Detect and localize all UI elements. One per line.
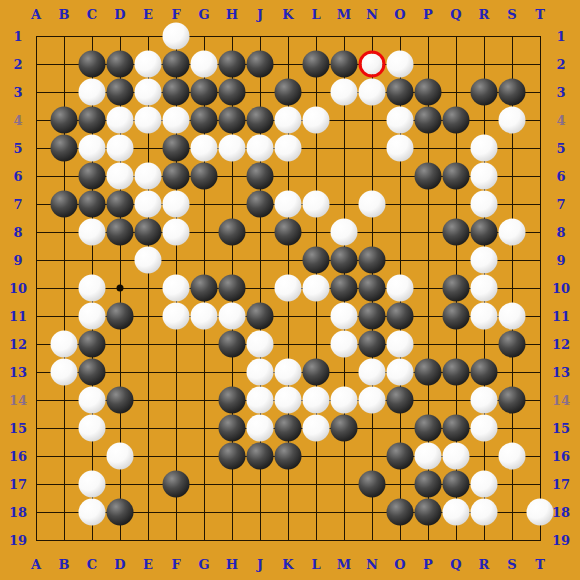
- white-stone: [163, 107, 190, 134]
- col-label-top: Q: [450, 8, 461, 21]
- white-stone: [275, 191, 302, 218]
- last-move-stone: [359, 51, 386, 78]
- black-stone: [191, 163, 218, 190]
- white-stone: [387, 51, 414, 78]
- black-stone: [387, 387, 414, 414]
- black-stone: [359, 275, 386, 302]
- black-stone: [79, 191, 106, 218]
- black-stone: [387, 79, 414, 106]
- black-stone: [415, 107, 442, 134]
- col-label-top: N: [366, 8, 378, 21]
- black-stone: [191, 79, 218, 106]
- white-stone: [331, 219, 358, 246]
- col-label-top: R: [479, 8, 490, 21]
- white-stone: [499, 107, 526, 134]
- black-stone: [107, 191, 134, 218]
- col-label-bottom: S: [507, 558, 516, 571]
- white-stone: [359, 191, 386, 218]
- white-stone: [499, 219, 526, 246]
- white-stone: [499, 303, 526, 330]
- row-label-left: 5: [13, 142, 22, 155]
- white-stone: [359, 359, 386, 386]
- black-stone: [247, 107, 274, 134]
- row-label-left: 12: [9, 338, 27, 351]
- black-stone: [415, 79, 442, 106]
- white-stone: [247, 331, 274, 358]
- col-label-bottom: Q: [450, 558, 461, 571]
- white-stone: [247, 415, 274, 442]
- white-stone: [247, 387, 274, 414]
- row-label-right: 1: [556, 30, 565, 43]
- row-label-right: 16: [552, 450, 570, 463]
- white-stone: [415, 443, 442, 470]
- row-label-left: 16: [9, 450, 27, 463]
- black-stone: [275, 79, 302, 106]
- white-stone: [163, 275, 190, 302]
- col-label-bottom: C: [87, 558, 97, 571]
- col-label-bottom: M: [337, 558, 351, 571]
- row-label-right: 6: [556, 170, 565, 183]
- black-stone: [163, 471, 190, 498]
- black-stone: [79, 331, 106, 358]
- white-stone: [135, 163, 162, 190]
- white-stone: [219, 303, 246, 330]
- black-stone: [163, 51, 190, 78]
- black-stone: [219, 275, 246, 302]
- black-stone: [443, 415, 470, 442]
- black-stone: [443, 303, 470, 330]
- black-stone: [219, 331, 246, 358]
- black-stone: [107, 499, 134, 526]
- white-stone: [219, 135, 246, 162]
- black-stone: [471, 359, 498, 386]
- white-stone: [107, 135, 134, 162]
- white-stone: [303, 415, 330, 442]
- black-stone: [275, 443, 302, 470]
- white-stone: [387, 331, 414, 358]
- white-stone: [303, 107, 330, 134]
- white-stone: [163, 191, 190, 218]
- black-stone: [499, 387, 526, 414]
- row-label-right: 2: [556, 58, 565, 71]
- col-label-bottom: T: [535, 558, 545, 571]
- white-stone: [471, 499, 498, 526]
- row-label-left: 2: [13, 58, 22, 71]
- row-label-right: 10: [552, 282, 570, 295]
- row-label-left: 14: [9, 394, 27, 407]
- white-stone: [275, 275, 302, 302]
- star-point: [117, 285, 124, 292]
- white-stone: [275, 107, 302, 134]
- col-label-bottom: K: [282, 558, 293, 571]
- black-stone: [499, 331, 526, 358]
- black-stone: [359, 303, 386, 330]
- white-stone: [499, 443, 526, 470]
- white-stone: [303, 387, 330, 414]
- col-label-top: L: [311, 8, 320, 21]
- white-stone: [527, 499, 554, 526]
- col-label-bottom: E: [143, 558, 153, 571]
- white-stone: [135, 51, 162, 78]
- white-stone: [471, 415, 498, 442]
- white-stone: [79, 135, 106, 162]
- black-stone: [331, 415, 358, 442]
- white-stone: [135, 107, 162, 134]
- black-stone: [275, 219, 302, 246]
- black-stone: [107, 51, 134, 78]
- white-stone: [471, 163, 498, 190]
- white-stone: [51, 331, 78, 358]
- black-stone: [443, 359, 470, 386]
- black-stone: [303, 247, 330, 274]
- col-label-top: P: [423, 8, 433, 21]
- col-label-bottom: D: [114, 558, 125, 571]
- white-stone: [247, 135, 274, 162]
- black-stone: [443, 471, 470, 498]
- black-stone: [415, 163, 442, 190]
- white-stone: [163, 303, 190, 330]
- white-stone: [471, 135, 498, 162]
- white-stone: [471, 387, 498, 414]
- black-stone: [107, 387, 134, 414]
- black-stone: [443, 163, 470, 190]
- row-label-left: 19: [9, 534, 27, 547]
- row-label-right: 15: [552, 422, 570, 435]
- row-label-left: 7: [13, 198, 22, 211]
- black-stone: [79, 51, 106, 78]
- black-stone: [443, 275, 470, 302]
- white-stone: [331, 79, 358, 106]
- col-label-bottom: P: [423, 558, 433, 571]
- black-stone: [79, 359, 106, 386]
- black-stone: [247, 303, 274, 330]
- row-label-left: 9: [13, 254, 22, 267]
- white-stone: [359, 79, 386, 106]
- col-label-top: T: [535, 8, 545, 21]
- col-label-bottom: L: [311, 558, 320, 571]
- white-stone: [387, 107, 414, 134]
- col-label-top: O: [394, 8, 405, 21]
- white-stone: [79, 275, 106, 302]
- row-label-left: 17: [9, 478, 27, 491]
- row-label-left: 11: [9, 310, 27, 323]
- col-label-top: E: [143, 8, 153, 21]
- white-stone: [275, 135, 302, 162]
- white-stone: [163, 23, 190, 50]
- black-stone: [51, 191, 78, 218]
- col-label-bottom: A: [31, 558, 41, 571]
- col-label-top: A: [31, 8, 41, 21]
- black-stone: [471, 79, 498, 106]
- col-label-top: K: [282, 8, 293, 21]
- row-label-right: 3: [556, 86, 565, 99]
- black-stone: [219, 415, 246, 442]
- row-label-left: 18: [9, 506, 27, 519]
- black-stone: [415, 359, 442, 386]
- black-stone: [191, 275, 218, 302]
- row-label-right: 18: [552, 506, 570, 519]
- black-stone: [387, 443, 414, 470]
- black-stone: [163, 163, 190, 190]
- white-stone: [191, 303, 218, 330]
- black-stone: [331, 51, 358, 78]
- white-stone: [359, 387, 386, 414]
- row-label-left: 10: [9, 282, 27, 295]
- white-stone: [275, 387, 302, 414]
- black-stone: [51, 135, 78, 162]
- white-stone: [471, 275, 498, 302]
- row-label-left: 6: [13, 170, 22, 183]
- white-stone: [79, 499, 106, 526]
- white-stone: [387, 135, 414, 162]
- row-label-right: 5: [556, 142, 565, 155]
- row-label-left: 4: [13, 114, 22, 127]
- black-stone: [471, 219, 498, 246]
- black-stone: [331, 247, 358, 274]
- row-label-right: 19: [552, 534, 570, 547]
- black-stone: [219, 51, 246, 78]
- black-stone: [51, 107, 78, 134]
- col-label-top: M: [337, 8, 351, 21]
- col-label-top: J: [257, 8, 263, 21]
- white-stone: [79, 79, 106, 106]
- row-label-right: 12: [552, 338, 570, 351]
- black-stone: [247, 51, 274, 78]
- black-stone: [275, 415, 302, 442]
- white-stone: [387, 359, 414, 386]
- black-stone: [443, 107, 470, 134]
- white-stone: [471, 247, 498, 274]
- black-stone: [331, 275, 358, 302]
- col-label-top: H: [226, 8, 238, 21]
- black-stone: [247, 191, 274, 218]
- black-stone: [79, 107, 106, 134]
- black-stone: [303, 359, 330, 386]
- white-stone: [387, 275, 414, 302]
- black-stone: [247, 443, 274, 470]
- white-stone: [191, 135, 218, 162]
- white-stone: [79, 219, 106, 246]
- white-stone: [303, 275, 330, 302]
- black-stone: [359, 471, 386, 498]
- black-stone: [219, 107, 246, 134]
- black-stone: [107, 303, 134, 330]
- black-stone: [387, 499, 414, 526]
- white-stone: [107, 163, 134, 190]
- black-stone: [135, 219, 162, 246]
- black-stone: [107, 79, 134, 106]
- white-stone: [443, 443, 470, 470]
- row-label-left: 8: [13, 226, 22, 239]
- black-stone: [499, 79, 526, 106]
- black-stone: [387, 303, 414, 330]
- white-stone: [303, 191, 330, 218]
- white-stone: [107, 107, 134, 134]
- col-label-bottom: N: [366, 558, 378, 571]
- col-label-bottom: H: [226, 558, 238, 571]
- black-stone: [415, 415, 442, 442]
- white-stone: [443, 499, 470, 526]
- go-board[interactable]: AABBCCDDEEFFGGHHJJKKLLMMNNOOPPQQRRSSTT11…: [0, 0, 580, 580]
- col-label-bottom: B: [59, 558, 70, 571]
- white-stone: [471, 303, 498, 330]
- row-label-right: 4: [556, 114, 565, 127]
- white-stone: [191, 51, 218, 78]
- col-label-bottom: R: [479, 558, 490, 571]
- white-stone: [107, 443, 134, 470]
- black-stone: [415, 471, 442, 498]
- row-label-left: 1: [13, 30, 22, 43]
- white-stone: [79, 387, 106, 414]
- black-stone: [191, 107, 218, 134]
- black-stone: [219, 219, 246, 246]
- white-stone: [79, 471, 106, 498]
- row-label-right: 14: [552, 394, 570, 407]
- col-label-top: B: [59, 8, 70, 21]
- black-stone: [219, 79, 246, 106]
- white-stone: [79, 303, 106, 330]
- white-stone: [331, 331, 358, 358]
- black-stone: [163, 79, 190, 106]
- row-label-right: 17: [552, 478, 570, 491]
- col-label-top: C: [87, 8, 97, 21]
- row-label-right: 7: [556, 198, 565, 211]
- col-label-top: F: [171, 8, 180, 21]
- white-stone: [163, 219, 190, 246]
- white-stone: [275, 359, 302, 386]
- col-label-bottom: G: [198, 558, 209, 571]
- black-stone: [303, 51, 330, 78]
- black-stone: [359, 331, 386, 358]
- col-label-top: S: [507, 8, 516, 21]
- black-stone: [359, 247, 386, 274]
- black-stone: [415, 499, 442, 526]
- white-stone: [135, 247, 162, 274]
- black-stone: [247, 163, 274, 190]
- black-stone: [79, 163, 106, 190]
- row-label-right: 11: [552, 310, 570, 323]
- white-stone: [51, 359, 78, 386]
- col-label-bottom: O: [394, 558, 405, 571]
- black-stone: [163, 135, 190, 162]
- black-stone: [443, 219, 470, 246]
- black-stone: [219, 387, 246, 414]
- black-stone: [219, 443, 246, 470]
- white-stone: [135, 79, 162, 106]
- white-stone: [471, 191, 498, 218]
- col-label-bottom: F: [171, 558, 180, 571]
- col-label-top: G: [198, 8, 209, 21]
- black-stone: [107, 219, 134, 246]
- white-stone: [79, 415, 106, 442]
- white-stone: [135, 191, 162, 218]
- row-label-left: 3: [13, 86, 22, 99]
- col-label-top: D: [114, 8, 125, 21]
- row-label-left: 13: [9, 366, 27, 379]
- row-label-right: 13: [552, 366, 570, 379]
- white-stone: [331, 303, 358, 330]
- white-stone: [471, 471, 498, 498]
- row-label-right: 9: [556, 254, 565, 267]
- col-label-bottom: J: [257, 558, 263, 571]
- row-label-left: 15: [9, 422, 27, 435]
- white-stone: [331, 387, 358, 414]
- white-stone: [247, 359, 274, 386]
- row-label-right: 8: [556, 226, 565, 239]
